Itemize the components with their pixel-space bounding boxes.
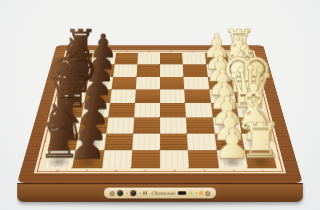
square-h5 — [137, 53, 160, 64]
right-knob — [131, 190, 137, 196]
coordinate-label: 2 — [204, 51, 226, 53]
coordinate-label: 1 — [248, 170, 278, 173]
square-e5 — [135, 89, 160, 103]
tick-3 — [195, 192, 196, 193]
white-pawn-glyph: ♟ — [214, 126, 251, 163]
board-front-edge: Chessnut — [17, 183, 303, 202]
square-h6 — [114, 53, 138, 64]
control-bar: Chessnut — [104, 188, 217, 199]
coordinate-label: 7 — [93, 51, 115, 53]
coordinates-near-edge: 87654321 — [42, 169, 278, 174]
scene: 87654321 87654321 hgfedcba hgfedcba ♜♟♟♜… — [0, 0, 320, 210]
coordinate-label: 4 — [160, 170, 189, 173]
square-e3 — [184, 89, 210, 103]
coordinate-label: 2 — [219, 170, 249, 173]
square-e4 — [160, 89, 185, 103]
square-f6 — [111, 77, 136, 90]
coordinate-label: 5 — [138, 51, 160, 53]
tick-2 — [139, 192, 140, 193]
coordinate-label: 4 — [160, 51, 182, 53]
coordinate-label: 6 — [116, 51, 138, 53]
coordinate-label: 3 — [189, 170, 219, 173]
black-pawn-glyph: ♟ — [69, 126, 106, 163]
coordinate-label: 6 — [101, 170, 131, 173]
product-photo: 87654321 87654321 hgfedcba hgfedcba ♜♟♟♜… — [0, 0, 320, 210]
status-led-green — [189, 192, 192, 195]
coordinate-label: 8 — [42, 170, 72, 173]
coordinate-label: 5 — [131, 170, 160, 173]
square-h4 — [160, 53, 183, 64]
square-h3 — [182, 53, 206, 64]
square-g4 — [160, 65, 184, 77]
square-f4 — [160, 77, 184, 90]
square-e6 — [110, 89, 136, 103]
piece-white-pawn-a2: ♟ — [216, 150, 247, 168]
left-knob — [117, 190, 123, 196]
square-f3 — [184, 77, 209, 90]
chessboard: 87654321 87654321 hgfedcba hgfedcba ♜♟♟♜… — [17, 45, 303, 183]
square-g3 — [183, 65, 207, 77]
tick-1 — [126, 192, 127, 193]
square-g5 — [136, 65, 160, 77]
usb-c-port — [178, 192, 186, 195]
coordinate-label: 7 — [72, 170, 102, 173]
brand-logo: Chessnut — [151, 190, 175, 196]
coordinate-label: 8 — [71, 51, 94, 53]
piece-black-pawn-a7: ♟ — [72, 150, 103, 168]
status-led-amber — [200, 192, 203, 195]
square-f5 — [136, 77, 160, 90]
power-button — [110, 191, 115, 196]
speaker-icon — [144, 191, 148, 195]
coordinate-label: 1 — [226, 51, 249, 53]
coordinate-label: 3 — [182, 51, 204, 53]
pairing-button — [206, 191, 211, 196]
square-g6 — [113, 65, 137, 77]
